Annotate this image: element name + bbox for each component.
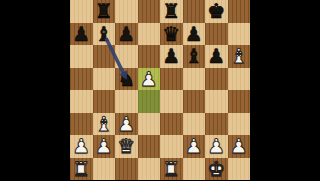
square-a6[interactable]: [70, 45, 93, 68]
square-h1[interactable]: [228, 158, 251, 181]
black-bishop-f6[interactable]: ♝: [185, 46, 203, 66]
square-h8[interactable]: [228, 0, 251, 23]
square-c1[interactable]: [115, 158, 138, 181]
square-d3[interactable]: [138, 113, 161, 136]
square-b2[interactable]: ♟: [93, 135, 116, 158]
square-f6[interactable]: ♝: [183, 45, 206, 68]
white-bishop-b3[interactable]: ♝: [95, 113, 113, 133]
black-pawn-e6[interactable]: ♟: [162, 46, 180, 66]
square-b4[interactable]: [93, 90, 116, 113]
square-h5[interactable]: [228, 68, 251, 91]
square-e2[interactable]: [160, 135, 183, 158]
square-f5[interactable]: [183, 68, 206, 91]
square-f1[interactable]: [183, 158, 206, 181]
square-h7[interactable]: [228, 23, 251, 46]
square-a5[interactable]: [70, 68, 93, 91]
square-e4[interactable]: [160, 90, 183, 113]
black-pawn-g6[interactable]: ♟: [207, 46, 225, 66]
square-c3[interactable]: ♟: [115, 113, 138, 136]
square-a3[interactable]: [70, 113, 93, 136]
square-d2[interactable]: [138, 135, 161, 158]
square-f8[interactable]: [183, 0, 206, 23]
square-f3[interactable]: [183, 113, 206, 136]
white-pawn-g2[interactable]: ♟: [207, 136, 225, 156]
black-rook-b8[interactable]: ♜: [95, 1, 113, 21]
square-b6[interactable]: [93, 45, 116, 68]
square-g3[interactable]: [205, 113, 228, 136]
square-g6[interactable]: ♟: [205, 45, 228, 68]
white-rook-e1[interactable]: ♜: [162, 158, 180, 178]
black-pawn-c7[interactable]: ♟: [117, 23, 135, 43]
white-rook-a1[interactable]: ♜: [72, 158, 90, 178]
black-knight-c5[interactable]: ♞: [117, 68, 135, 88]
square-g7[interactable]: [205, 23, 228, 46]
black-king-g8[interactable]: ♚: [207, 1, 225, 21]
square-c4[interactable]: [115, 90, 138, 113]
square-d5[interactable]: ♟: [138, 68, 161, 91]
square-b5[interactable]: [93, 68, 116, 91]
square-e5[interactable]: [160, 68, 183, 91]
black-queen-e7[interactable]: ♛: [162, 23, 180, 43]
white-pawn-b2[interactable]: ♟: [95, 136, 113, 156]
square-d7[interactable]: [138, 23, 161, 46]
square-f2[interactable]: ♟: [183, 135, 206, 158]
square-g5[interactable]: [205, 68, 228, 91]
square-a8[interactable]: [70, 0, 93, 23]
black-pawn-a7[interactable]: ♟: [72, 23, 90, 43]
white-king-g1[interactable]: ♚: [207, 158, 225, 178]
square-a4[interactable]: [70, 90, 93, 113]
square-b3[interactable]: ♝: [93, 113, 116, 136]
square-h4[interactable]: [228, 90, 251, 113]
square-a7[interactable]: ♟: [70, 23, 93, 46]
white-pawn-a2[interactable]: ♟: [72, 136, 90, 156]
square-c5[interactable]: ♞: [115, 68, 138, 91]
black-pawn-f7[interactable]: ♟: [185, 23, 203, 43]
chess-board[interactable]: ♜♜♚♟♝♟♛♟♟♝♟♝♞♟♝♟♟♟♛♟♟♟♜♜♚: [70, 0, 250, 180]
white-pawn-h2[interactable]: ♟: [230, 136, 248, 156]
square-h3[interactable]: [228, 113, 251, 136]
square-e6[interactable]: ♟: [160, 45, 183, 68]
white-queen-c2[interactable]: ♛: [117, 136, 135, 156]
square-d1[interactable]: [138, 158, 161, 181]
white-pawn-f2[interactable]: ♟: [185, 136, 203, 156]
square-h2[interactable]: ♟: [228, 135, 251, 158]
square-c7[interactable]: ♟: [115, 23, 138, 46]
square-e7[interactable]: ♛: [160, 23, 183, 46]
square-d8[interactable]: [138, 0, 161, 23]
black-rook-e8[interactable]: ♜: [162, 1, 180, 21]
square-e1[interactable]: ♜: [160, 158, 183, 181]
square-g8[interactable]: ♚: [205, 0, 228, 23]
white-bishop-h6[interactable]: ♝: [230, 46, 248, 66]
square-d6[interactable]: [138, 45, 161, 68]
square-g1[interactable]: ♚: [205, 158, 228, 181]
square-e3[interactable]: [160, 113, 183, 136]
square-b8[interactable]: ♜: [93, 0, 116, 23]
square-g2[interactable]: ♟: [205, 135, 228, 158]
square-h6[interactable]: ♝: [228, 45, 251, 68]
black-bishop-b7[interactable]: ♝: [95, 23, 113, 43]
square-f7[interactable]: ♟: [183, 23, 206, 46]
square-c6[interactable]: [115, 45, 138, 68]
square-f4[interactable]: [183, 90, 206, 113]
white-pawn-c3[interactable]: ♟: [117, 113, 135, 133]
square-d4[interactable]: [138, 90, 161, 113]
square-a1[interactable]: ♜: [70, 158, 93, 181]
square-c8[interactable]: [115, 0, 138, 23]
square-g4[interactable]: [205, 90, 228, 113]
square-a2[interactable]: ♟: [70, 135, 93, 158]
square-e8[interactable]: ♜: [160, 0, 183, 23]
white-pawn-d5[interactable]: ♟: [140, 68, 158, 88]
square-c2[interactable]: ♛: [115, 135, 138, 158]
square-b1[interactable]: [93, 158, 116, 181]
video-thumbnail-canvas: ♜♜♚♟♝♟♛♟♟♝♟♝♞♟♝♟♟♟♛♟♟♟♜♜♚: [0, 0, 320, 180]
square-b7[interactable]: ♝: [93, 23, 116, 46]
